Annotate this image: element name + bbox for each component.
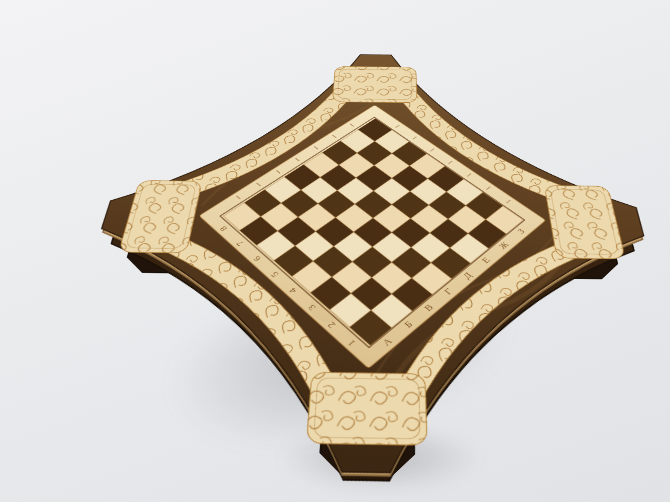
corner-panel-a1 — [306, 372, 427, 445]
corner-panel-h8 — [332, 66, 416, 102]
perspective-scene: 87654321АБВГДЕЖЗ — [0, 0, 670, 502]
board-top-plate: 87654321АБВГДЕЖЗ — [81, 42, 666, 502]
chess-board: 87654321АБВГДЕЖЗ — [81, 42, 666, 502]
photo-stage: 87654321АБВГДЕЖЗ — [0, 0, 670, 502]
corner-panel-h1 — [544, 185, 625, 258]
